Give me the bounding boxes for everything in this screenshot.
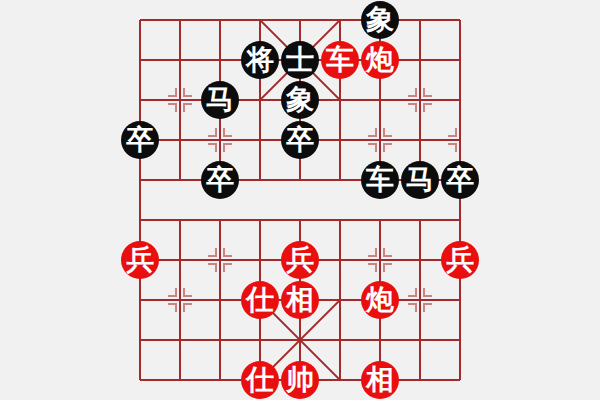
piece-red-cannon[interactable]: 炮 [361,281,399,319]
piece-red-elephant[interactable]: 相 [281,281,319,319]
piece-black-elephant[interactable]: 象 [361,1,399,39]
piece-red-cannon[interactable]: 炮 [361,41,399,79]
piece-red-general[interactable]: 帅 [281,361,319,399]
piece-black-pawn[interactable]: 卒 [121,121,159,159]
piece-red-pawn[interactable]: 兵 [121,241,159,279]
piece-black-elephant[interactable]: 象 [281,81,319,119]
piece-red-advisor[interactable]: 仕 [241,361,279,399]
piece-black-horse[interactable]: 马 [201,81,239,119]
xiangqi-board[interactable]: 象将士车炮马象卒卒卒车马卒兵兵兵仕相炮仕帅相 [120,0,480,400]
piece-red-elephant[interactable]: 相 [361,361,399,399]
xiangqi-app: 象将士车炮马象卒卒卒车马卒兵兵兵仕相炮仕帅相 [0,0,600,400]
piece-red-advisor[interactable]: 仕 [241,281,279,319]
piece-red-pawn[interactable]: 兵 [281,241,319,279]
piece-black-advisor[interactable]: 士 [281,41,319,79]
piece-black-pawn[interactable]: 卒 [201,161,239,199]
piece-black-chariot[interactable]: 车 [361,161,399,199]
piece-black-general[interactable]: 将 [241,41,279,79]
piece-red-pawn[interactable]: 兵 [441,241,479,279]
piece-red-chariot[interactable]: 车 [321,41,359,79]
piece-black-pawn[interactable]: 卒 [281,121,319,159]
piece-black-pawn[interactable]: 卒 [441,161,479,199]
piece-black-horse[interactable]: 马 [401,161,439,199]
